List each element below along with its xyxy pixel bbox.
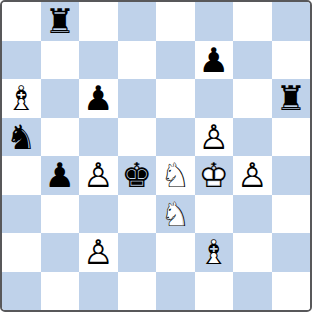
square-h7[interactable] [272,41,311,80]
piece-black-king[interactable]: ♚ [118,156,157,195]
pawn-glyph-outline: ♙ [79,156,118,195]
square-e7[interactable] [156,41,195,80]
piece-white-pawn[interactable]: ♟♙ [79,233,118,272]
chess-board-wrapper: ♜♟♝♗♟♜♞♟♙♟♟♙♚♞♘♚♔♟♙♞♘♟♙♝♗ [0,0,312,312]
pawn-glyph-outline: ♙ [195,118,234,157]
square-d7[interactable] [118,41,157,80]
square-g4[interactable]: ♟♙ [233,156,272,195]
square-a2[interactable] [2,233,41,272]
square-g3[interactable] [233,195,272,234]
square-f2[interactable]: ♝♗ [195,233,234,272]
square-h6[interactable]: ♜ [272,79,311,118]
square-c4[interactable]: ♟♙ [79,156,118,195]
square-f6[interactable] [195,79,234,118]
square-f7[interactable]: ♟ [195,41,234,80]
square-g6[interactable] [233,79,272,118]
square-e8[interactable] [156,2,195,41]
pawn-glyph: ♟ [41,156,80,195]
knight-glyph-outline: ♘ [156,195,195,234]
pawn-glyph: ♟ [195,41,234,80]
piece-white-knight[interactable]: ♞♘ [156,195,195,234]
square-f3[interactable] [195,195,234,234]
square-b3[interactable] [41,195,80,234]
square-e4[interactable]: ♞♘ [156,156,195,195]
square-g7[interactable] [233,41,272,80]
square-d3[interactable] [118,195,157,234]
chess-board: ♜♟♝♗♟♜♞♟♙♟♟♙♚♞♘♚♔♟♙♞♘♟♙♝♗ [0,0,312,312]
square-a3[interactable] [2,195,41,234]
square-c6[interactable]: ♟ [79,79,118,118]
square-a5[interactable]: ♞ [2,118,41,157]
king-glyph-outline: ♔ [195,156,234,195]
piece-white-bishop[interactable]: ♝♗ [2,79,41,118]
square-e2[interactable] [156,233,195,272]
piece-black-knight[interactable]: ♞ [2,118,41,157]
piece-white-pawn[interactable]: ♟♙ [79,156,118,195]
square-b6[interactable] [41,79,80,118]
piece-white-king[interactable]: ♚♔ [195,156,234,195]
knight-glyph-outline: ♘ [156,156,195,195]
piece-white-pawn[interactable]: ♟♙ [233,156,272,195]
square-a1[interactable] [2,272,41,311]
bishop-glyph-outline: ♗ [2,79,41,118]
square-h1[interactable] [272,272,311,311]
square-c8[interactable] [79,2,118,41]
square-h5[interactable] [272,118,311,157]
piece-black-pawn[interactable]: ♟ [195,41,234,80]
rook-glyph: ♜ [41,2,80,41]
square-e1[interactable] [156,272,195,311]
square-f4[interactable]: ♚♔ [195,156,234,195]
piece-white-pawn[interactable]: ♟♙ [195,118,234,157]
square-d8[interactable] [118,2,157,41]
piece-black-pawn[interactable]: ♟ [79,79,118,118]
square-c3[interactable] [79,195,118,234]
pawn-glyph-outline: ♙ [79,233,118,272]
square-e3[interactable]: ♞♘ [156,195,195,234]
square-a7[interactable] [2,41,41,80]
bishop-glyph-outline: ♗ [195,233,234,272]
square-g8[interactable] [233,2,272,41]
square-a8[interactable] [2,2,41,41]
square-a6[interactable]: ♝♗ [2,79,41,118]
square-c1[interactable] [79,272,118,311]
square-h8[interactable] [272,2,311,41]
square-g5[interactable] [233,118,272,157]
square-e5[interactable] [156,118,195,157]
rook-glyph: ♜ [272,79,311,118]
knight-glyph: ♞ [2,118,41,157]
square-e6[interactable] [156,79,195,118]
square-g2[interactable] [233,233,272,272]
square-f8[interactable] [195,2,234,41]
pawn-glyph: ♟ [79,79,118,118]
square-c7[interactable] [79,41,118,80]
square-d4[interactable]: ♚ [118,156,157,195]
square-h4[interactable] [272,156,311,195]
square-h3[interactable] [272,195,311,234]
piece-white-knight[interactable]: ♞♘ [156,156,195,195]
king-glyph: ♚ [118,156,157,195]
piece-black-rook[interactable]: ♜ [41,2,80,41]
square-b2[interactable] [41,233,80,272]
square-b8[interactable]: ♜ [41,2,80,41]
piece-black-pawn[interactable]: ♟ [41,156,80,195]
square-d6[interactable] [118,79,157,118]
square-b1[interactable] [41,272,80,311]
square-a4[interactable] [2,156,41,195]
square-d1[interactable] [118,272,157,311]
square-b7[interactable] [41,41,80,80]
square-f5[interactable]: ♟♙ [195,118,234,157]
pawn-glyph-outline: ♙ [233,156,272,195]
square-g1[interactable] [233,272,272,311]
square-c5[interactable] [79,118,118,157]
square-d2[interactable] [118,233,157,272]
square-b5[interactable] [41,118,80,157]
piece-white-bishop[interactable]: ♝♗ [195,233,234,272]
square-f1[interactable] [195,272,234,311]
square-h2[interactable] [272,233,311,272]
square-d5[interactable] [118,118,157,157]
square-b4[interactable]: ♟ [41,156,80,195]
piece-black-rook[interactable]: ♜ [272,79,311,118]
square-c2[interactable]: ♟♙ [79,233,118,272]
